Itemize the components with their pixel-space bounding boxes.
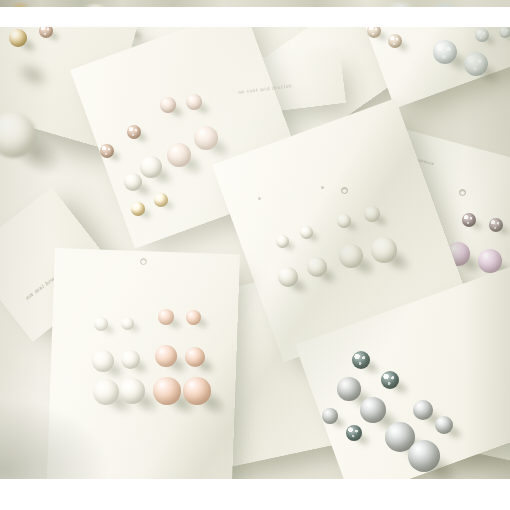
photo-world: ne svet and droclimseniprevieam mnl brwn bbox=[0, 27, 510, 479]
white-pearl-earring bbox=[121, 317, 134, 330]
gold-bead-earring bbox=[154, 193, 168, 207]
crystal-stud-earring bbox=[381, 371, 399, 389]
crystal-stud-earring bbox=[388, 34, 402, 48]
white-pearl-earring bbox=[337, 214, 351, 228]
white-pearl-earring bbox=[93, 379, 119, 405]
white-pearl-earring bbox=[140, 156, 162, 178]
gold-bead-earring bbox=[131, 202, 145, 216]
peach-pearl-earring bbox=[158, 309, 174, 325]
peach-pearl-earring bbox=[185, 347, 205, 367]
card-speck bbox=[258, 197, 261, 200]
white-pearl-earring bbox=[94, 317, 108, 331]
crystal-stud-earring bbox=[433, 40, 457, 64]
gray-pearl-earring bbox=[413, 400, 433, 420]
crystal-stud-earring bbox=[127, 125, 141, 139]
white-pearl-earring bbox=[92, 350, 114, 372]
gray-pearl-earring bbox=[337, 377, 361, 401]
white-pearl-earring bbox=[278, 267, 298, 287]
gray-pearl-earring bbox=[408, 440, 440, 472]
gray-pearl-earring bbox=[435, 416, 453, 434]
white-pearl-earring bbox=[300, 226, 313, 239]
screenshot-root: ne svet and droclimseniprevieam mnl brwn bbox=[0, 0, 510, 510]
white-pearl-earring bbox=[339, 244, 363, 268]
lavender-pearl-earring bbox=[478, 249, 502, 273]
white-pearl-earring bbox=[121, 350, 140, 369]
white-pearl-earring bbox=[364, 206, 380, 222]
crystal-stud-earring bbox=[100, 144, 114, 158]
crystal-stud-earring bbox=[475, 28, 489, 42]
white-pearl-earring bbox=[276, 235, 289, 248]
cream-pearl-earring bbox=[167, 143, 191, 167]
gold-pearl-earring bbox=[9, 29, 27, 47]
crystal-stud-earring bbox=[462, 213, 476, 227]
white-pearl-earring bbox=[307, 257, 327, 277]
peach-pearl-earring bbox=[155, 345, 177, 367]
cream-pearl-earring bbox=[186, 94, 202, 110]
crystal-stud-earring bbox=[346, 425, 362, 441]
card-hang-hole bbox=[140, 258, 147, 265]
crystal-stud-earring bbox=[352, 351, 370, 369]
photo-strip-top bbox=[0, 0, 510, 7]
photo: ne svet and droclimseniprevieam mnl brwn bbox=[0, 27, 510, 479]
gray-pearl-earring bbox=[322, 408, 338, 424]
white-pearl-earring bbox=[119, 378, 145, 404]
crystal-stud-earring bbox=[499, 27, 510, 38]
card-hang-hole bbox=[341, 187, 348, 194]
white-pearl-earring bbox=[124, 173, 142, 191]
peach-pearl-earring bbox=[153, 377, 181, 405]
cream-pearl-earring bbox=[194, 126, 218, 150]
card-speck bbox=[321, 186, 324, 189]
crystal-stud-earring bbox=[464, 52, 488, 76]
white-pearl-earring bbox=[371, 237, 397, 263]
cream-pearl-earring bbox=[160, 97, 176, 113]
peach-pearl-earring bbox=[186, 310, 201, 325]
card-hang-hole bbox=[459, 189, 466, 196]
peach-pearl-earring bbox=[183, 377, 211, 405]
gray-pearl-earring bbox=[360, 397, 386, 423]
crystal-stud-earring bbox=[489, 218, 503, 232]
